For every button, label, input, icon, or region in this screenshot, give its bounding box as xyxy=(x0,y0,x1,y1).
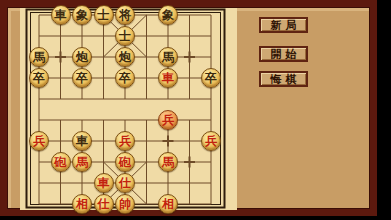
piece-glyph: 砲 xyxy=(119,152,131,172)
piece-red-elephant[interactable]: 相 xyxy=(158,194,178,214)
piece-red-advisor[interactable]: 仕 xyxy=(115,173,135,193)
piece-red-horse[interactable]: 馬 xyxy=(72,152,92,172)
river-label-chu-he xyxy=(68,105,114,120)
piece-red-cannon[interactable]: 砲 xyxy=(51,152,71,172)
new-game-button[interactable]: 新局 xyxy=(259,17,308,33)
piece-black-horse[interactable]: 馬 xyxy=(158,47,178,67)
piece-black-general[interactable]: 将 xyxy=(115,5,135,25)
piece-glyph: 象 xyxy=(162,5,174,25)
piece-glyph: 車 xyxy=(162,68,174,88)
piece-glyph: 相 xyxy=(76,194,88,214)
piece-glyph: 馬 xyxy=(162,47,174,67)
piece-glyph: 卒 xyxy=(205,68,217,88)
piece-red-cannon[interactable]: 砲 xyxy=(115,152,135,172)
xiangqi-board[interactable]: 車象士将象士馬炮炮馬卒卒卒車卒兵兵車兵兵砲馬砲馬車仕相仕帥相 xyxy=(20,8,237,210)
piece-glyph: 帥 xyxy=(119,194,131,214)
piece-glyph: 車 xyxy=(76,131,88,151)
piece-black-advisor[interactable]: 士 xyxy=(115,26,135,46)
piece-glyph: 兵 xyxy=(205,131,217,151)
start-button[interactable]: 開始 xyxy=(259,46,308,62)
screen: 車象士将象士馬炮炮馬卒卒卒車卒兵兵車兵兵砲馬砲馬車仕相仕帥相 新局 開始 悔棋 xyxy=(0,0,391,220)
piece-black-chariot[interactable]: 車 xyxy=(72,131,92,151)
piece-glyph: 馬 xyxy=(33,47,45,67)
game-window: 車象士将象士馬炮炮馬卒卒卒車卒兵兵車兵兵砲馬砲馬車仕相仕帥相 新局 開始 悔棋 xyxy=(0,0,377,216)
piece-glyph: 炮 xyxy=(119,47,131,67)
piece-black-soldier[interactable]: 卒 xyxy=(201,68,221,88)
piece-black-cannon[interactable]: 炮 xyxy=(72,47,92,67)
piece-glyph: 士 xyxy=(98,5,110,25)
piece-glyph: 将 xyxy=(119,5,131,25)
piece-glyph: 象 xyxy=(76,5,88,25)
piece-glyph: 卒 xyxy=(76,68,88,88)
piece-red-chariot[interactable]: 車 xyxy=(94,173,114,193)
undo-button[interactable]: 悔棋 xyxy=(259,71,308,87)
piece-black-elephant[interactable]: 象 xyxy=(72,5,92,25)
piece-glyph: 車 xyxy=(98,173,110,193)
piece-red-chariot[interactable]: 車 xyxy=(158,68,178,88)
piece-black-advisor[interactable]: 士 xyxy=(94,5,114,25)
piece-red-horse[interactable]: 馬 xyxy=(158,152,178,172)
piece-glyph: 砲 xyxy=(55,152,67,172)
piece-black-chariot[interactable]: 車 xyxy=(51,5,71,25)
piece-glyph: 仕 xyxy=(98,194,110,214)
piece-black-horse[interactable]: 馬 xyxy=(29,47,49,67)
piece-glyph: 車 xyxy=(55,5,67,25)
piece-red-soldier[interactable]: 兵 xyxy=(158,110,178,130)
piece-glyph: 馬 xyxy=(76,152,88,172)
piece-black-elephant[interactable]: 象 xyxy=(158,5,178,25)
piece-red-elephant[interactable]: 相 xyxy=(72,194,92,214)
piece-glyph: 卒 xyxy=(33,68,45,88)
piece-black-soldier[interactable]: 卒 xyxy=(72,68,92,88)
piece-glyph: 士 xyxy=(119,26,131,46)
piece-glyph: 兵 xyxy=(119,131,131,151)
piece-black-cannon[interactable]: 炮 xyxy=(115,47,135,67)
piece-glyph: 仕 xyxy=(119,173,131,193)
piece-glyph: 馬 xyxy=(162,152,174,172)
piece-black-soldier[interactable]: 卒 xyxy=(115,68,135,88)
piece-red-advisor[interactable]: 仕 xyxy=(94,194,114,214)
piece-black-soldier[interactable]: 卒 xyxy=(29,68,49,88)
piece-glyph: 炮 xyxy=(76,47,88,67)
piece-red-general[interactable]: 帥 xyxy=(115,194,135,214)
piece-red-soldier[interactable]: 兵 xyxy=(29,131,49,151)
piece-glyph: 相 xyxy=(162,194,174,214)
piece-red-soldier[interactable]: 兵 xyxy=(115,131,135,151)
piece-glyph: 卒 xyxy=(119,68,131,88)
piece-glyph: 兵 xyxy=(33,131,45,151)
piece-glyph: 兵 xyxy=(162,110,174,130)
piece-red-soldier[interactable]: 兵 xyxy=(201,131,221,151)
